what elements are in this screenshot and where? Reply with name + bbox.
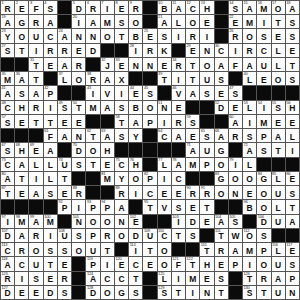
grid-cell[interactable]: U [257,58,270,71]
grid-cell[interactable]: M [257,115,270,128]
grid-cell[interactable]: 73C [1,158,14,171]
grid-cell[interactable]: K [158,44,171,57]
grid-cell[interactable]: 75C [115,158,128,171]
grid-cell[interactable]: S [215,272,228,285]
grid-cell[interactable]: 20I [72,15,85,28]
grid-cell[interactable]: 55S [272,101,285,114]
grid-cell[interactable]: E [200,272,213,285]
grid-cell[interactable]: 1R [1,1,14,14]
grid-cell[interactable]: 100M [44,215,57,228]
grid-cell[interactable]: E [286,44,299,57]
grid-cell[interactable]: A [86,15,99,28]
grid-cell[interactable]: E [158,186,171,199]
grid-cell[interactable]: O [129,15,142,28]
grid-cell[interactable]: E [15,186,28,199]
grid-cell[interactable]: T [272,15,285,28]
grid-cell[interactable]: 33E [115,58,128,71]
grid-cell[interactable]: E [58,186,71,199]
grid-cell[interactable]: 62T [86,129,99,142]
grid-cell[interactable]: 34R [172,58,185,71]
grid-cell[interactable]: 46V [172,86,185,99]
grid-cell[interactable]: 83G [215,172,228,185]
grid-cell[interactable]: I [186,286,199,299]
grid-cell[interactable]: 107D [1,229,14,242]
grid-cell[interactable]: 63A [101,129,114,142]
grid-cell[interactable]: R [186,29,199,42]
grid-cell[interactable]: 126T [243,272,256,285]
grid-cell[interactable]: 23Y [1,29,14,42]
grid-cell[interactable]: 97I [1,215,14,228]
grid-cell[interactable]: N [115,215,128,228]
grid-cell[interactable]: I [172,272,185,285]
grid-cell[interactable]: 96B [243,200,256,213]
grid-cell[interactable]: 79I [229,158,242,171]
grid-cell[interactable]: E [58,257,71,270]
grid-cell[interactable]: R [58,272,71,285]
grid-cell[interactable]: E [101,158,114,171]
grid-cell[interactable]: I [158,115,171,128]
grid-cell[interactable]: O [101,29,114,42]
grid-cell[interactable]: U [29,29,42,42]
grid-cell[interactable]: 68H [15,143,28,156]
grid-cell[interactable]: E [29,286,42,299]
grid-cell[interactable]: C [44,29,57,42]
grid-cell[interactable]: U [86,243,99,256]
grid-cell[interactable]: I [129,186,142,199]
grid-cell[interactable]: T [29,115,42,128]
grid-cell[interactable]: N [129,58,142,71]
grid-cell[interactable]: T [58,172,71,185]
grid-cell[interactable]: 106D [257,215,270,228]
grid-cell[interactable]: 74U [58,158,71,171]
grid-cell[interactable]: O [186,15,199,28]
grid-cell[interactable]: L [272,58,285,71]
grid-cell[interactable]: 128D [86,286,99,299]
grid-cell[interactable]: 91R [200,186,213,199]
grid-cell[interactable]: S [286,72,299,85]
grid-cell[interactable]: R [29,229,42,242]
grid-cell[interactable]: S [58,243,71,256]
grid-cell[interactable]: A [186,86,199,99]
grid-cell[interactable]: E [272,29,285,42]
grid-cell[interactable]: 109U [143,229,156,242]
grid-cell[interactable]: A [272,129,285,142]
grid-cell[interactable]: R [101,229,114,242]
grid-cell[interactable]: A [58,129,71,142]
grid-cell[interactable]: I [200,29,213,42]
grid-cell[interactable]: C [101,272,114,285]
grid-cell[interactable]: L [172,15,185,28]
grid-cell[interactable]: S [72,229,85,242]
grid-cell[interactable]: 7I [101,1,114,14]
grid-cell[interactable]: 35M [1,72,14,85]
grid-cell[interactable]: 22E [229,15,242,28]
grid-cell[interactable]: T [44,257,57,270]
grid-cell[interactable]: S [44,186,57,199]
grid-cell[interactable]: 25E [143,29,156,42]
grid-cell[interactable]: 108U [58,229,71,242]
grid-cell[interactable]: E [200,15,213,28]
grid-cell[interactable]: T [257,286,270,299]
grid-cell[interactable]: 67S [1,143,14,156]
grid-cell[interactable]: R [143,44,156,57]
grid-cell[interactable]: E [172,186,185,199]
grid-cell[interactable]: A [58,58,71,71]
grid-cell[interactable]: 78A [172,158,185,171]
grid-cell[interactable]: O [29,243,42,256]
grid-cell[interactable]: O [200,58,213,71]
grid-cell[interactable]: 120E [115,257,128,270]
grid-cell[interactable]: P [257,243,270,256]
grid-cell[interactable]: A [29,186,42,199]
grid-cell[interactable]: 72A [243,143,256,156]
grid-cell[interactable]: 105S [229,215,242,228]
grid-cell[interactable]: 29E [186,44,199,57]
grid-cell[interactable]: M [186,272,199,285]
grid-cell[interactable]: A [243,58,256,71]
grid-cell[interactable]: 19A [1,15,14,28]
grid-cell[interactable]: A [286,215,299,228]
grid-cell[interactable]: S [115,15,128,28]
grid-cell[interactable]: 39T [158,72,171,85]
grid-cell[interactable]: 45S [143,86,156,99]
grid-cell[interactable]: 4S [44,1,57,14]
grid-cell[interactable]: N [200,286,213,299]
grid-cell[interactable]: 90R [186,186,199,199]
grid-cell[interactable]: H [15,101,28,114]
grid-cell[interactable]: 27S [1,44,14,57]
grid-cell[interactable]: L [29,158,42,171]
grid-cell[interactable]: M [101,15,114,28]
grid-cell[interactable]: M [243,15,256,28]
grid-cell[interactable]: O [243,172,256,185]
grid-cell[interactable]: 36A [15,72,28,85]
grid-cell[interactable]: O [272,72,285,85]
grid-cell[interactable]: U [272,286,285,299]
grid-cell[interactable]: A [129,115,142,128]
grid-cell[interactable]: 103I [172,215,185,228]
grid-cell[interactable]: 70D [72,143,85,156]
grid-cell[interactable]: E [186,200,199,213]
grid-cell[interactable]: 50T [72,101,85,114]
grid-cell[interactable]: R [229,129,242,142]
grid-cell[interactable]: O [15,29,28,42]
grid-cell[interactable]: 44E [129,86,142,99]
grid-cell[interactable]: 59S [186,115,199,128]
grid-cell[interactable]: 37L [58,72,71,85]
grid-cell[interactable]: I [44,101,57,114]
grid-cell[interactable]: E [143,257,156,270]
grid-cell[interactable]: S [115,101,128,114]
grid-cell[interactable]: T [29,72,42,85]
grid-cell[interactable]: T [215,286,228,299]
grid-cell[interactable]: T [200,200,213,213]
grid-cell[interactable]: I [257,15,270,28]
grid-cell[interactable]: 101N [72,215,85,228]
grid-cell[interactable]: 122T [186,257,199,270]
grid-cell[interactable]: 104A [215,215,228,228]
grid-cell[interactable]: T [115,29,128,42]
grid-cell[interactable]: U [272,257,285,270]
grid-cell[interactable]: N [286,286,299,299]
grid-cell[interactable]: R [29,15,42,28]
grid-cell[interactable]: L [272,200,285,213]
grid-cell[interactable]: T [86,158,99,171]
grid-cell[interactable]: P [257,129,270,142]
grid-cell[interactable]: A [229,243,242,256]
grid-cell[interactable]: C [257,44,270,57]
grid-cell[interactable]: E [72,44,85,57]
grid-cell[interactable]: S [72,158,85,171]
grid-cell[interactable]: N [72,29,85,42]
grid-cell[interactable]: S [257,143,270,156]
grid-cell[interactable]: T [15,172,28,185]
grid-cell[interactable]: E [44,58,57,71]
grid-cell[interactable]: O [158,243,171,256]
grid-cell[interactable]: 64C [158,129,171,142]
grid-cell[interactable]: 31T [29,58,42,71]
grid-cell[interactable]: 87T [1,186,14,199]
grid-cell[interactable]: C [143,186,156,199]
grid-cell[interactable]: G [215,143,228,156]
grid-cell[interactable]: 12C [186,1,199,14]
grid-cell[interactable]: M [86,101,99,114]
grid-cell[interactable]: I [29,172,42,185]
grid-cell[interactable]: A [15,158,28,171]
grid-cell[interactable]: T [143,243,156,256]
grid-cell[interactable]: S [243,129,256,142]
grid-cell[interactable]: I [243,115,256,128]
grid-cell[interactable]: O [257,257,270,270]
grid-cell[interactable]: S [44,243,57,256]
grid-cell[interactable]: 60A [229,115,242,128]
grid-cell[interactable]: 69E [29,143,42,156]
grid-cell[interactable]: O [143,101,156,114]
grid-cell[interactable]: W [229,229,242,242]
grid-cell[interactable]: 81M [101,172,114,185]
grid-cell[interactable]: G [15,15,28,28]
grid-cell[interactable]: 26R [229,29,242,42]
grid-cell[interactable]: I [15,272,28,285]
grid-cell[interactable]: 127D [1,286,14,299]
grid-cell[interactable]: S [286,15,299,28]
grid-cell[interactable]: 14S [229,1,242,14]
grid-cell[interactable]: A [101,72,114,85]
grid-cell[interactable]: U [200,72,213,85]
grid-cell[interactable]: O [72,72,85,85]
grid-cell[interactable]: 65S [200,129,213,142]
grid-cell[interactable]: G [115,286,128,299]
grid-cell[interactable]: T [129,272,142,285]
grid-cell[interactable]: 57S [1,115,14,128]
grid-cell[interactable]: E [15,115,28,128]
grid-cell[interactable]: N [72,129,85,142]
grid-cell[interactable]: 118A [1,257,14,270]
grid-cell[interactable]: O [86,143,99,156]
grid-cell[interactable]: 53L [243,101,256,114]
grid-cell[interactable]: U [272,186,285,199]
grid-cell[interactable]: S [129,286,142,299]
grid-cell[interactable]: 5D [72,1,85,14]
grid-cell[interactable]: O [72,243,85,256]
grid-cell[interactable]: 48C [1,101,14,114]
grid-cell[interactable]: O [257,186,270,199]
grid-cell[interactable]: O [215,158,228,171]
grid-cell[interactable]: I [286,143,299,156]
grid-cell[interactable]: S [257,29,270,42]
grid-cell[interactable]: I [44,229,57,242]
grid-cell[interactable]: P [143,115,156,128]
grid-cell[interactable]: 66A [215,129,228,142]
grid-cell[interactable]: E [215,257,228,270]
grid-cell[interactable]: 114I [129,243,142,256]
grid-cell[interactable]: C [172,172,185,185]
grid-cell[interactable]: S [286,29,299,42]
grid-cell[interactable]: 76H [129,158,142,171]
grid-cell[interactable]: 49S [58,101,71,114]
grid-cell[interactable]: R [58,44,71,57]
grid-cell[interactable]: S [115,129,128,142]
grid-cell[interactable]: T [272,143,285,156]
grid-cell[interactable]: S [172,200,185,213]
grid-cell[interactable]: A [101,101,114,114]
grid-cell[interactable]: S [257,229,270,242]
grid-cell[interactable]: 110C [158,229,171,242]
grid-cell[interactable]: E [243,186,256,199]
grid-cell[interactable]: I [72,200,85,213]
grid-cell[interactable]: N [200,44,213,57]
grid-cell[interactable]: I [243,257,256,270]
grid-cell[interactable]: 61F [44,129,57,142]
grid-cell[interactable]: O [101,286,114,299]
grid-cell[interactable]: R [29,101,42,114]
grid-cell[interactable]: T [172,286,185,299]
grid-cell[interactable]: I [229,44,242,57]
grid-cell[interactable]: B [129,29,142,42]
grid-cell[interactable]: 51N [158,101,171,114]
grid-cell[interactable]: 15A [243,1,256,14]
grid-cell[interactable]: 18A [286,1,299,14]
grid-cell[interactable]: O [215,186,228,199]
grid-cell[interactable]: U [200,143,213,156]
grid-cell[interactable]: 89R [115,186,128,199]
grid-cell[interactable]: B [129,101,142,114]
grid-cell[interactable]: O [129,172,142,185]
grid-cell[interactable]: D [129,229,142,242]
grid-cell[interactable]: 85L [272,172,285,185]
grid-cell[interactable]: O [115,229,128,242]
grid-cell[interactable]: 8E [115,1,128,14]
grid-cell[interactable]: N [86,29,99,42]
grid-cell[interactable]: 115T [200,243,213,256]
grid-cell[interactable]: A [172,129,185,142]
grid-cell[interactable]: N [229,186,242,199]
grid-cell[interactable]: T [286,200,299,213]
grid-cell[interactable]: U [29,257,42,270]
grid-cell[interactable]: E [272,115,285,128]
grid-cell[interactable]: S [58,286,71,299]
grid-cell[interactable]: 88R [72,186,85,199]
grid-cell[interactable]: P [200,158,213,171]
grid-cell[interactable]: 52D [215,101,228,114]
grid-cell[interactable]: C [15,257,28,270]
grid-cell[interactable]: 43I [86,86,99,99]
grid-cell[interactable]: 71A [186,143,199,156]
grid-cell[interactable]: M [186,158,199,171]
grid-cell[interactable]: A [44,143,57,156]
grid-cell[interactable]: 54I [257,101,270,114]
grid-cell[interactable]: E [200,215,213,228]
grid-cell[interactable]: O [86,215,99,228]
grid-cell[interactable]: 111T [215,229,228,242]
grid-cell[interactable]: I [158,172,171,185]
grid-cell[interactable]: T [186,58,199,71]
grid-cell[interactable]: 6R [86,1,99,14]
grid-cell[interactable]: P [286,272,299,285]
grid-cell[interactable]: 95T [143,200,156,213]
grid-cell[interactable]: 58T [115,115,128,128]
grid-cell[interactable]: 41A [1,86,14,99]
grid-cell[interactable]: 28I [129,44,142,57]
grid-cell[interactable]: S [186,229,199,242]
grid-cell[interactable]: E [229,101,242,114]
grid-cell[interactable]: S [286,257,299,270]
grid-cell[interactable]: 40L [243,72,256,85]
grid-cell[interactable]: R [172,115,185,128]
grid-cell[interactable]: E [15,286,28,299]
grid-cell[interactable]: F [229,58,242,71]
grid-cell[interactable]: 98M [15,215,28,228]
grid-cell[interactable]: 17O [272,1,285,14]
grid-cell[interactable]: T [44,115,57,128]
grid-cell[interactable]: P [86,229,99,242]
grid-cell[interactable]: 77L [158,158,171,171]
grid-cell[interactable]: R [44,44,57,57]
grid-cell[interactable]: S [15,86,28,99]
grid-cell[interactable]: E [58,115,71,128]
grid-cell[interactable]: 9R [129,1,142,14]
grid-cell[interactable]: E [186,129,199,142]
grid-cell[interactable]: A [215,58,228,71]
grid-cell[interactable]: 92P [58,200,71,213]
grid-cell[interactable]: O [101,215,114,228]
grid-cell[interactable]: Y [115,172,128,185]
grid-cell[interactable]: C [115,272,128,285]
grid-cell[interactable]: O [243,29,256,42]
grid-cell[interactable]: V [101,86,114,99]
grid-cell[interactable]: I [172,72,185,85]
grid-cell[interactable]: 47S [229,86,242,99]
grid-cell[interactable]: 80A [1,172,14,185]
grid-cell[interactable]: E [172,101,185,114]
grid-cell[interactable]: S [29,272,42,285]
grid-cell[interactable]: E [158,58,171,71]
grid-cell[interactable]: I [101,257,114,270]
grid-cell[interactable]: E [44,272,57,285]
grid-cell[interactable]: T [186,72,199,85]
grid-cell[interactable]: A [44,15,57,28]
grid-cell[interactable]: 130S [243,286,256,299]
grid-cell[interactable]: 129S [158,286,171,299]
grid-cell[interactable]: O [158,257,171,270]
grid-cell[interactable]: 10B [158,1,171,14]
grid-cell[interactable]: 102E [129,215,142,228]
grid-cell[interactable]: L [286,129,299,142]
grid-cell[interactable]: 99A [29,215,42,228]
grid-cell[interactable]: R [257,272,270,285]
grid-cell[interactable]: 93P [86,200,99,213]
grid-cell[interactable]: L [272,44,285,57]
